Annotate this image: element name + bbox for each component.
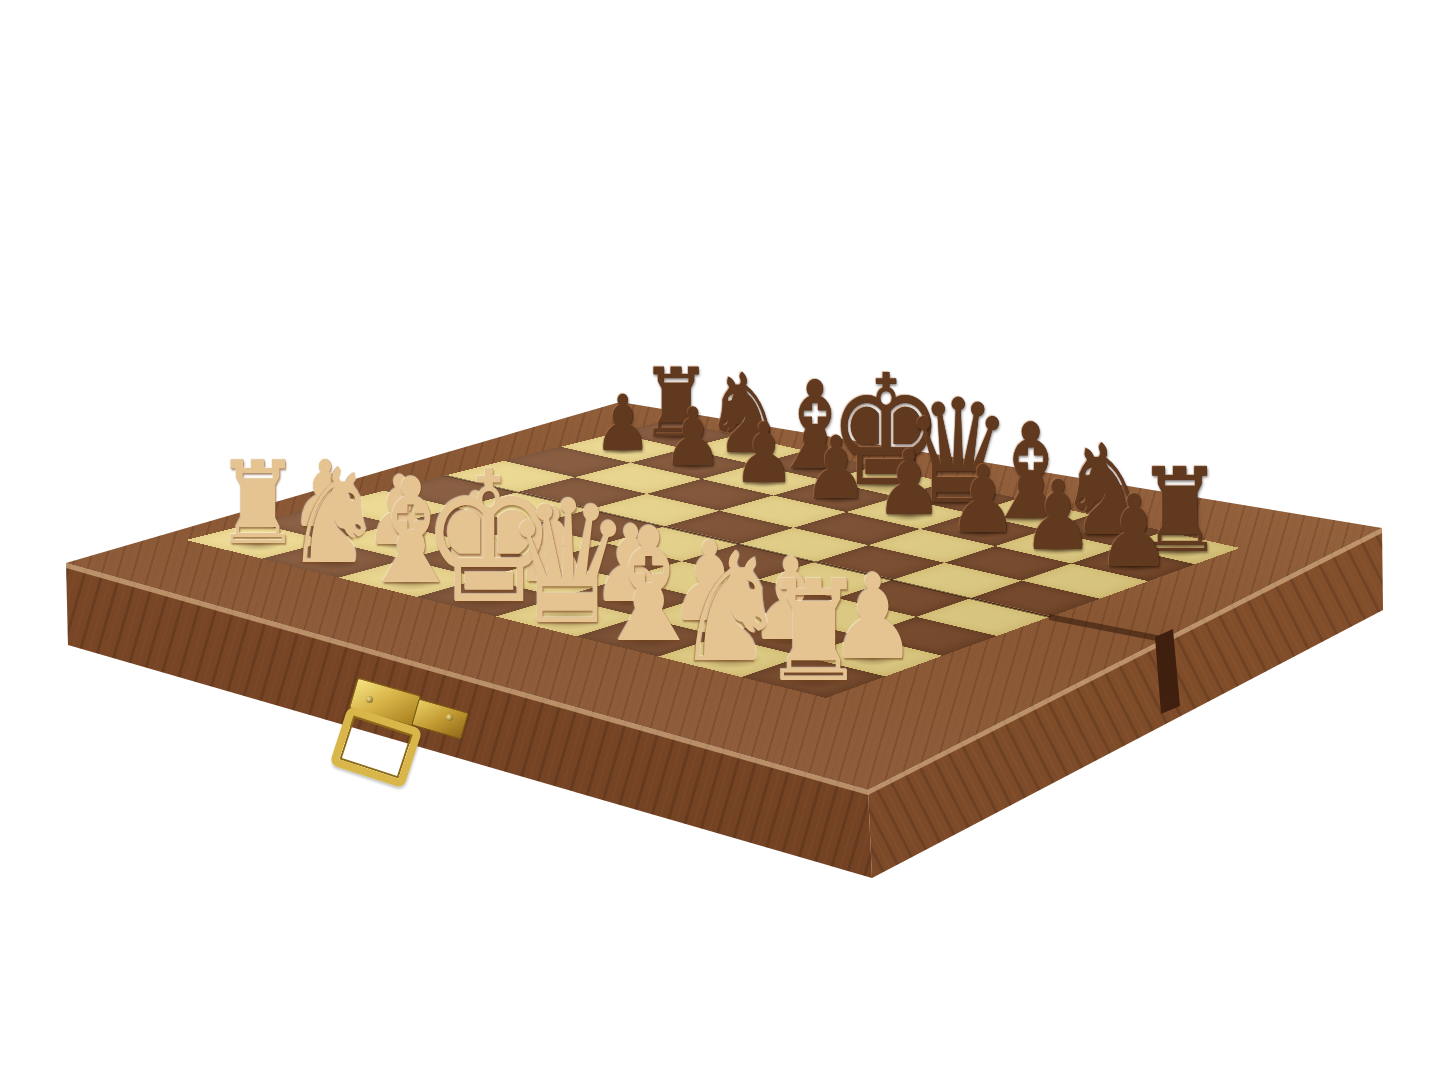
- chess-set-photo: ♜♞♝♛♚♝♞♜♟♟♟♟♟♟♟♟♟♟♟♟♟♟♟♟♜♞♝♛♚♝♞♜: [0, 0, 1440, 1080]
- piece-black-pawn[interactable]: ♟: [1021, 468, 1094, 564]
- piece-black-pawn[interactable]: ♟: [663, 398, 723, 478]
- piece-black-pawn[interactable]: ♟: [803, 425, 868, 512]
- piece-black-pawn[interactable]: ♟: [594, 385, 652, 462]
- piece-black-pawn[interactable]: ♟: [947, 453, 1017, 546]
- piece-black-pawn[interactable]: ♟: [1096, 482, 1171, 582]
- piece-black-pawn[interactable]: ♟: [732, 411, 795, 494]
- piece-white-rook[interactable]: ♜: [761, 562, 866, 702]
- pieces-layer: ♜♞♝♛♚♝♞♜♟♟♟♟♟♟♟♟♟♟♟♟♟♟♟♟♜♞♝♛♚♝♞♜: [0, 0, 1440, 1080]
- piece-black-pawn[interactable]: ♟: [875, 439, 943, 529]
